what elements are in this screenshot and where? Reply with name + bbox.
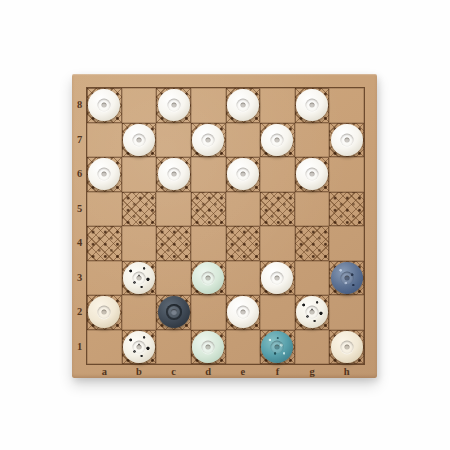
- checker-piece-d7[interactable]: [192, 124, 224, 156]
- square-b7[interactable]: [122, 123, 157, 158]
- file-label-f: f: [260, 365, 295, 378]
- square-h4[interactable]: [329, 226, 364, 261]
- square-c6[interactable]: [156, 157, 191, 192]
- square-f3[interactable]: [260, 261, 295, 296]
- square-c1[interactable]: [156, 330, 191, 365]
- square-b3[interactable]: [122, 261, 157, 296]
- file-label-h: h: [329, 365, 364, 378]
- square-c5[interactable]: [156, 192, 191, 227]
- checker-piece-g2[interactable]: [296, 296, 328, 328]
- file-label-e: e: [226, 365, 261, 378]
- checkers-board: 87654321 abcdefgh: [72, 74, 377, 378]
- square-b6[interactable]: [122, 157, 157, 192]
- square-h3[interactable]: [329, 261, 364, 296]
- rank-label-8: 8: [73, 88, 86, 123]
- checker-piece-a8[interactable]: [88, 89, 120, 121]
- checker-piece-h7[interactable]: [331, 124, 363, 156]
- checker-piece-a6[interactable]: [88, 158, 120, 190]
- square-d6[interactable]: [191, 157, 226, 192]
- square-f6[interactable]: [260, 157, 295, 192]
- square-b1[interactable]: [122, 330, 157, 365]
- square-c8[interactable]: [156, 88, 191, 123]
- square-a2[interactable]: [87, 295, 122, 330]
- square-d2[interactable]: [191, 295, 226, 330]
- square-b5[interactable]: [122, 192, 157, 227]
- checker-piece-g8[interactable]: [296, 89, 328, 121]
- square-c4[interactable]: [156, 226, 191, 261]
- file-label-a: a: [87, 365, 122, 378]
- square-a3[interactable]: [87, 261, 122, 296]
- square-a6[interactable]: [87, 157, 122, 192]
- file-label-d: d: [191, 365, 226, 378]
- square-a5[interactable]: [87, 192, 122, 227]
- square-g4[interactable]: [295, 226, 330, 261]
- checker-piece-h3[interactable]: [331, 262, 363, 294]
- checker-piece-e8[interactable]: [227, 89, 259, 121]
- checker-piece-b1[interactable]: [123, 331, 155, 363]
- checker-piece-d1[interactable]: [192, 331, 224, 363]
- checker-piece-f7[interactable]: [261, 124, 293, 156]
- checker-piece-a2[interactable]: [88, 296, 120, 328]
- board-grid: [87, 88, 364, 364]
- square-b8[interactable]: [122, 88, 157, 123]
- square-d3[interactable]: [191, 261, 226, 296]
- square-a7[interactable]: [87, 123, 122, 158]
- square-e5[interactable]: [226, 192, 261, 227]
- square-g3[interactable]: [295, 261, 330, 296]
- square-f4[interactable]: [260, 226, 295, 261]
- square-g2[interactable]: [295, 295, 330, 330]
- checker-piece-g6[interactable]: [296, 158, 328, 190]
- square-h1[interactable]: [329, 330, 364, 365]
- checker-piece-f3[interactable]: [261, 262, 293, 294]
- rank-label-7: 7: [73, 123, 86, 158]
- square-g1[interactable]: [295, 330, 330, 365]
- square-c3[interactable]: [156, 261, 191, 296]
- checker-piece-d3[interactable]: [192, 262, 224, 294]
- photo-scene: 87654321 abcdefgh: [0, 0, 450, 450]
- square-e6[interactable]: [226, 157, 261, 192]
- square-f7[interactable]: [260, 123, 295, 158]
- square-h6[interactable]: [329, 157, 364, 192]
- square-d7[interactable]: [191, 123, 226, 158]
- square-f1[interactable]: [260, 330, 295, 365]
- square-a8[interactable]: [87, 88, 122, 123]
- checker-piece-e6[interactable]: [227, 158, 259, 190]
- square-d4[interactable]: [191, 226, 226, 261]
- square-f8[interactable]: [260, 88, 295, 123]
- square-d8[interactable]: [191, 88, 226, 123]
- rank-label-1: 1: [73, 330, 86, 365]
- rank-label-6: 6: [73, 157, 86, 192]
- rank-label-4: 4: [73, 226, 86, 261]
- square-a4[interactable]: [87, 226, 122, 261]
- square-b4[interactable]: [122, 226, 157, 261]
- file-label-b: b: [122, 365, 157, 378]
- square-d5[interactable]: [191, 192, 226, 227]
- square-g7[interactable]: [295, 123, 330, 158]
- square-g6[interactable]: [295, 157, 330, 192]
- square-e1[interactable]: [226, 330, 261, 365]
- square-h7[interactable]: [329, 123, 364, 158]
- square-c2[interactable]: [156, 295, 191, 330]
- square-g8[interactable]: [295, 88, 330, 123]
- rank-label-3: 3: [73, 261, 86, 296]
- rank-label-5: 5: [73, 192, 86, 227]
- square-d1[interactable]: [191, 330, 226, 365]
- checker-piece-c2[interactable]: [158, 296, 190, 328]
- checker-piece-h1[interactable]: [331, 331, 363, 363]
- checker-piece-e2[interactable]: [227, 296, 259, 328]
- square-f5[interactable]: [260, 192, 295, 227]
- square-c7[interactable]: [156, 123, 191, 158]
- square-e8[interactable]: [226, 88, 261, 123]
- square-e4[interactable]: [226, 226, 261, 261]
- checker-piece-b3[interactable]: [123, 262, 155, 294]
- file-label-g: g: [295, 365, 330, 378]
- square-e3[interactable]: [226, 261, 261, 296]
- checker-piece-b7[interactable]: [123, 124, 155, 156]
- checker-piece-c6[interactable]: [158, 158, 190, 190]
- square-b2[interactable]: [122, 295, 157, 330]
- checker-piece-c8[interactable]: [158, 89, 190, 121]
- square-e2[interactable]: [226, 295, 261, 330]
- square-a1[interactable]: [87, 330, 122, 365]
- square-h2[interactable]: [329, 295, 364, 330]
- square-e7[interactable]: [226, 123, 261, 158]
- square-h5[interactable]: [329, 192, 364, 227]
- rank-label-2: 2: [73, 295, 86, 330]
- square-g5[interactable]: [295, 192, 330, 227]
- square-f2[interactable]: [260, 295, 295, 330]
- file-label-c: c: [156, 365, 191, 378]
- square-h8[interactable]: [329, 88, 364, 123]
- checker-piece-f1[interactable]: [261, 331, 293, 363]
